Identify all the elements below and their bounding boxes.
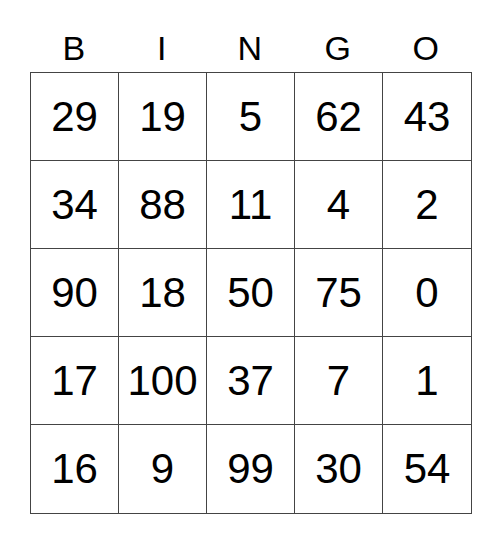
cell-r2-O[interactable]: 2: [383, 161, 471, 249]
cell-r2-B[interactable]: 34: [31, 161, 119, 249]
header-letter-o: O: [382, 0, 470, 72]
cell-r1-B[interactable]: 29: [31, 73, 119, 161]
cell-r4-I[interactable]: 100: [119, 337, 207, 425]
header-letter-g: G: [294, 0, 382, 72]
cell-r5-N[interactable]: 99: [207, 425, 295, 513]
header-letter-i: I: [118, 0, 206, 72]
cell-r5-B[interactable]: 16: [31, 425, 119, 513]
cell-r1-N[interactable]: 5: [207, 73, 295, 161]
cell-r3-G[interactable]: 75: [295, 249, 383, 337]
cell-r1-G[interactable]: 62: [295, 73, 383, 161]
cell-r4-G[interactable]: 7: [295, 337, 383, 425]
cell-r1-I[interactable]: 19: [119, 73, 207, 161]
cell-r3-I[interactable]: 18: [119, 249, 207, 337]
cell-r1-O[interactable]: 43: [383, 73, 471, 161]
cell-r4-N[interactable]: 37: [207, 337, 295, 425]
bingo-header: B I N G O: [30, 0, 470, 72]
cell-r5-I[interactable]: 9: [119, 425, 207, 513]
bingo-card: B I N G O 29 19 5 62 43 34 88 11 4 2 90 …: [0, 0, 500, 544]
cell-r3-B[interactable]: 90: [31, 249, 119, 337]
cell-r2-N[interactable]: 11: [207, 161, 295, 249]
header-letter-b: B: [30, 0, 118, 72]
cell-r2-G[interactable]: 4: [295, 161, 383, 249]
bingo-board: 29 19 5 62 43 34 88 11 4 2 90 18 50 75 0…: [30, 72, 472, 514]
cell-r4-O[interactable]: 1: [383, 337, 471, 425]
cell-r4-B[interactable]: 17: [31, 337, 119, 425]
cell-r5-O[interactable]: 54: [383, 425, 471, 513]
cell-r5-G[interactable]: 30: [295, 425, 383, 513]
cell-r3-O[interactable]: 0: [383, 249, 471, 337]
cell-r2-I[interactable]: 88: [119, 161, 207, 249]
cell-r3-N[interactable]: 50: [207, 249, 295, 337]
header-letter-n: N: [206, 0, 294, 72]
